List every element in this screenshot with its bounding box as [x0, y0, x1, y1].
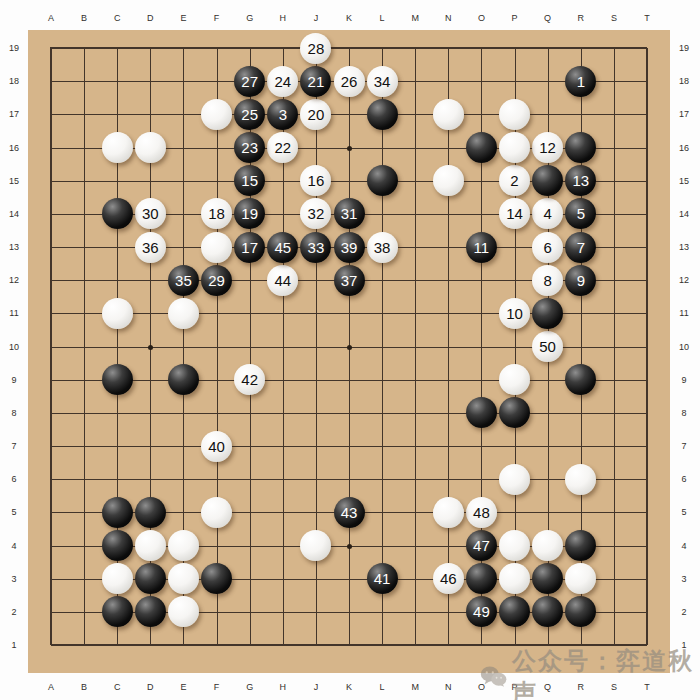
- row-label-right-1: 1: [674, 640, 694, 650]
- stone-E12: 35: [168, 265, 199, 296]
- column-label-bottom-S: S: [604, 682, 624, 692]
- column-label-bottom-P: P: [505, 682, 525, 692]
- star-point: [347, 345, 352, 350]
- row-label-right-14: 14: [674, 209, 694, 219]
- column-label-top-S: S: [604, 13, 624, 23]
- stone-F17: [201, 99, 232, 130]
- column-label-top-M: M: [405, 13, 425, 23]
- move-number: 23: [241, 140, 258, 155]
- move-number: 29: [208, 273, 225, 288]
- stone-H13: 45: [267, 232, 298, 263]
- move-number: 42: [241, 372, 258, 387]
- stone-D3: [135, 563, 166, 594]
- stone-Q13: 6: [532, 232, 563, 263]
- grid-line-vertical: [415, 48, 416, 645]
- row-label-right-5: 5: [674, 507, 694, 517]
- stone-O13: 11: [466, 232, 497, 263]
- move-number: 15: [241, 173, 258, 188]
- stone-G17: 25: [234, 99, 265, 130]
- star-point: [347, 544, 352, 549]
- stone-P11: 10: [499, 298, 530, 329]
- move-number: 39: [341, 240, 358, 255]
- move-number: 48: [473, 505, 490, 520]
- move-number: 16: [308, 173, 325, 188]
- stone-J19: 28: [300, 33, 331, 64]
- grid-line-vertical: [382, 48, 383, 645]
- column-label-top-B: B: [74, 13, 94, 23]
- move-number: 6: [543, 240, 551, 255]
- move-number: 32: [308, 206, 325, 221]
- stone-C16: [102, 132, 133, 163]
- stone-L13: 38: [367, 232, 398, 263]
- row-label-left-4: 4: [4, 541, 24, 551]
- column-label-top-O: O: [471, 13, 491, 23]
- row-label-right-2: 2: [674, 607, 694, 617]
- column-label-bottom-O: O: [471, 682, 491, 692]
- move-number: 9: [577, 273, 585, 288]
- move-number: 18: [208, 206, 225, 221]
- column-label-bottom-L: L: [372, 682, 392, 692]
- stone-K12: 37: [334, 265, 365, 296]
- move-number: 4: [543, 206, 551, 221]
- move-number: 24: [274, 74, 291, 89]
- row-label-left-9: 9: [4, 375, 24, 385]
- move-number: 30: [142, 206, 159, 221]
- stone-F13: [201, 232, 232, 263]
- column-label-top-L: L: [372, 13, 392, 23]
- row-label-left-19: 19: [4, 43, 24, 53]
- move-number: 13: [572, 173, 589, 188]
- grid-line-horizontal: [51, 446, 647, 447]
- row-label-left-10: 10: [4, 342, 24, 352]
- move-number: 21: [308, 74, 325, 89]
- stone-D13: 36: [135, 232, 166, 263]
- row-label-left-16: 16: [4, 143, 24, 153]
- move-number: 43: [341, 505, 358, 520]
- move-number: 37: [341, 273, 358, 288]
- row-label-left-7: 7: [4, 441, 24, 451]
- move-number: 25: [241, 107, 258, 122]
- stone-O4: 47: [466, 530, 497, 561]
- move-number: 46: [440, 571, 457, 586]
- stone-P9: [499, 364, 530, 395]
- stone-L3: 41: [367, 563, 398, 594]
- move-number: 3: [279, 107, 287, 122]
- move-number: 33: [308, 240, 325, 255]
- stone-Q12: 8: [532, 265, 563, 296]
- move-number: 40: [208, 439, 225, 454]
- column-label-top-D: D: [140, 13, 160, 23]
- row-label-right-8: 8: [674, 408, 694, 418]
- column-label-bottom-R: R: [571, 682, 591, 692]
- row-label-right-17: 17: [674, 109, 694, 119]
- stone-H12: 44: [267, 265, 298, 296]
- move-number: 50: [539, 339, 556, 354]
- row-label-right-16: 16: [674, 143, 694, 153]
- row-label-left-3: 3: [4, 574, 24, 584]
- stone-D14: 30: [135, 198, 166, 229]
- stone-C11: [102, 298, 133, 329]
- row-label-left-11: 11: [4, 308, 24, 318]
- move-number: 49: [473, 604, 490, 619]
- row-label-left-18: 18: [4, 76, 24, 86]
- grid-line-horizontal: [51, 380, 647, 381]
- column-label-top-Q: Q: [538, 13, 558, 23]
- move-number: 26: [341, 74, 358, 89]
- row-label-left-1: 1: [4, 640, 24, 650]
- row-label-left-17: 17: [4, 109, 24, 119]
- grid-line-vertical: [448, 48, 449, 645]
- stone-R12: 9: [565, 265, 596, 296]
- column-label-top-J: J: [306, 13, 326, 23]
- stone-Q10: 50: [532, 331, 563, 362]
- move-number: 2: [510, 173, 518, 188]
- stone-G13: 17: [234, 232, 265, 263]
- stone-E11: [168, 298, 199, 329]
- stone-F5: [201, 497, 232, 528]
- column-label-top-E: E: [173, 13, 193, 23]
- column-label-bottom-Q: Q: [538, 682, 558, 692]
- move-number: 41: [374, 571, 391, 586]
- grid-line-horizontal: [51, 479, 647, 480]
- kifu-diagram: 1234567891011121314151617181920212223242…: [0, 0, 700, 700]
- row-label-left-14: 14: [4, 209, 24, 219]
- stone-C14: [102, 198, 133, 229]
- row-label-right-11: 11: [674, 308, 694, 318]
- column-label-top-P: P: [505, 13, 525, 23]
- column-label-bottom-F: F: [207, 682, 227, 692]
- column-label-bottom-B: B: [74, 682, 94, 692]
- row-label-left-13: 13: [4, 242, 24, 252]
- move-number: 44: [274, 273, 291, 288]
- move-number: 47: [473, 538, 490, 553]
- row-label-right-4: 4: [674, 541, 694, 551]
- stone-O3: [466, 563, 497, 594]
- move-number: 11: [474, 240, 490, 255]
- stone-P15: 2: [499, 165, 530, 196]
- stone-N5: [433, 497, 464, 528]
- row-label-left-6: 6: [4, 474, 24, 484]
- stone-K14: 31: [334, 198, 365, 229]
- stone-P17: [499, 99, 530, 130]
- column-label-bottom-J: J: [306, 682, 326, 692]
- stone-F12: 29: [201, 265, 232, 296]
- row-label-right-13: 13: [674, 242, 694, 252]
- stone-E4: [168, 530, 199, 561]
- stone-L15: [367, 165, 398, 196]
- stone-D4: [135, 530, 166, 561]
- row-label-left-2: 2: [4, 607, 24, 617]
- stone-E3: [168, 563, 199, 594]
- stone-N3: 46: [433, 563, 464, 594]
- stone-G18: 27: [234, 66, 265, 97]
- column-label-top-F: F: [207, 13, 227, 23]
- stone-L17: [367, 99, 398, 130]
- stone-H17: 3: [267, 99, 298, 130]
- stone-P16: [499, 132, 530, 163]
- stone-C4: [102, 530, 133, 561]
- stone-O5: 48: [466, 497, 497, 528]
- star-point: [148, 345, 153, 350]
- stone-R18: 1: [565, 66, 596, 97]
- move-number: 36: [142, 240, 159, 255]
- move-number: 38: [374, 240, 391, 255]
- row-label-left-8: 8: [4, 408, 24, 418]
- move-number: 12: [539, 140, 556, 155]
- column-label-bottom-C: C: [107, 682, 127, 692]
- stone-R6: [565, 464, 596, 495]
- column-label-top-K: K: [339, 13, 359, 23]
- stone-D2: [135, 596, 166, 627]
- stone-C9: [102, 364, 133, 395]
- row-label-right-3: 3: [674, 574, 694, 584]
- go-board: 1234567891011121314151617181920212223242…: [28, 30, 670, 673]
- move-number: 31: [341, 206, 358, 221]
- grid-line-horizontal: [51, 413, 647, 414]
- move-number: 1: [577, 74, 585, 89]
- move-number: 7: [577, 240, 585, 255]
- column-label-top-N: N: [438, 13, 458, 23]
- row-label-right-7: 7: [674, 441, 694, 451]
- column-label-bottom-N: N: [438, 682, 458, 692]
- move-number: 34: [374, 74, 391, 89]
- row-label-right-19: 19: [674, 43, 694, 53]
- row-label-right-15: 15: [674, 176, 694, 186]
- move-number: 22: [274, 140, 291, 155]
- row-label-left-12: 12: [4, 275, 24, 285]
- stone-N15: [433, 165, 464, 196]
- stone-C3: [102, 563, 133, 594]
- move-number: 45: [274, 240, 291, 255]
- stone-K13: 39: [334, 232, 365, 263]
- stone-K18: 26: [334, 66, 365, 97]
- column-label-bottom-G: G: [240, 682, 260, 692]
- stone-J13: 33: [300, 232, 331, 263]
- row-label-right-12: 12: [674, 275, 694, 285]
- stone-G16: 23: [234, 132, 265, 163]
- column-label-top-C: C: [107, 13, 127, 23]
- move-number: 20: [308, 107, 325, 122]
- column-label-bottom-T: T: [637, 682, 657, 692]
- stone-C5: [102, 497, 133, 528]
- stone-F7: 40: [201, 431, 232, 462]
- move-number: 14: [506, 206, 523, 221]
- grid-line-vertical: [647, 48, 648, 645]
- row-label-left-5: 5: [4, 507, 24, 517]
- stone-J17: 20: [300, 99, 331, 130]
- stone-O16: [466, 132, 497, 163]
- column-label-bottom-K: K: [339, 682, 359, 692]
- stone-R13: 7: [565, 232, 596, 263]
- column-label-top-H: H: [273, 13, 293, 23]
- stone-Q16: 12: [532, 132, 563, 163]
- move-number: 17: [241, 240, 258, 255]
- stone-E9: [168, 364, 199, 395]
- stone-N17: [433, 99, 464, 130]
- grid-line-vertical: [614, 48, 615, 645]
- column-label-bottom-H: H: [273, 682, 293, 692]
- row-label-right-6: 6: [674, 474, 694, 484]
- move-number: 28: [308, 41, 325, 56]
- move-number: 19: [241, 206, 258, 221]
- move-number: 5: [577, 206, 585, 221]
- column-label-bottom-M: M: [405, 682, 425, 692]
- move-number: 35: [175, 273, 192, 288]
- row-label-right-18: 18: [674, 76, 694, 86]
- stone-Q11: [532, 298, 563, 329]
- star-point: [347, 146, 352, 151]
- column-label-top-G: G: [240, 13, 260, 23]
- stone-Q4: [532, 530, 563, 561]
- row-label-right-9: 9: [674, 375, 694, 385]
- column-label-bottom-E: E: [173, 682, 193, 692]
- stone-P6: [499, 464, 530, 495]
- move-number: 8: [543, 273, 551, 288]
- column-label-top-T: T: [637, 13, 657, 23]
- stone-H18: 24: [267, 66, 298, 97]
- column-label-top-A: A: [41, 13, 61, 23]
- row-label-right-10: 10: [674, 342, 694, 352]
- grid-line-horizontal: [51, 645, 647, 646]
- stone-P4: [499, 530, 530, 561]
- stone-P3: [499, 563, 530, 594]
- stone-D5: [135, 497, 166, 528]
- stone-J18: 21: [300, 66, 331, 97]
- stone-K5: 43: [334, 497, 365, 528]
- column-label-bottom-A: A: [41, 682, 61, 692]
- stone-L18: 34: [367, 66, 398, 97]
- column-label-top-R: R: [571, 13, 591, 23]
- move-number: 27: [241, 74, 258, 89]
- row-label-left-15: 15: [4, 176, 24, 186]
- move-number: 10: [506, 306, 523, 321]
- stone-C2: [102, 596, 133, 627]
- column-label-bottom-D: D: [140, 682, 160, 692]
- stone-D16: [135, 132, 166, 163]
